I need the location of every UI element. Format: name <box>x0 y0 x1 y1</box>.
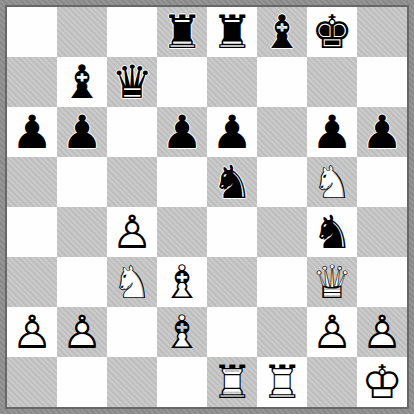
square-c4[interactable]: ♟♙ <box>107 207 157 257</box>
white-bishop-outline: ♗ <box>157 257 207 307</box>
square-h8[interactable] <box>357 7 407 57</box>
square-a1[interactable] <box>7 357 57 407</box>
board-inner-border: ♜♜♝♚♝♛♟♟♟♟♟♟♞♞♘♟♙♞♞♘♝♗♛♕♟♙♟♙♝♗♟♙♟♙♜♖♜♖♚♔ <box>5 5 409 409</box>
white-bishop[interactable]: ♝♗ <box>157 307 207 357</box>
black-bishop-glyph: ♝ <box>57 57 107 107</box>
square-b2[interactable]: ♟♙ <box>57 307 107 357</box>
square-d2[interactable]: ♝♗ <box>157 307 207 357</box>
black-rook[interactable]: ♜ <box>157 7 207 57</box>
black-bishop-glyph: ♝ <box>257 7 307 57</box>
black-rook-glyph: ♜ <box>157 7 207 57</box>
square-d4[interactable] <box>157 207 207 257</box>
white-pawn-outline: ♙ <box>307 307 357 357</box>
square-b7[interactable]: ♝ <box>57 57 107 107</box>
square-g7[interactable] <box>307 57 357 107</box>
white-rook-outline: ♖ <box>257 357 307 407</box>
square-f1[interactable]: ♜♖ <box>257 357 307 407</box>
black-queen-glyph: ♛ <box>107 57 157 107</box>
square-b6[interactable]: ♟ <box>57 107 107 157</box>
square-g5[interactable]: ♞♘ <box>307 157 357 207</box>
black-pawn-glyph: ♟ <box>57 107 107 157</box>
square-f4[interactable] <box>257 207 307 257</box>
square-c1[interactable] <box>107 357 157 407</box>
square-f6[interactable] <box>257 107 307 157</box>
black-knight-glyph: ♞ <box>307 207 357 257</box>
square-d3[interactable]: ♝♗ <box>157 257 207 307</box>
square-c3[interactable]: ♞♘ <box>107 257 157 307</box>
square-a3[interactable] <box>7 257 57 307</box>
square-b3[interactable] <box>57 257 107 307</box>
square-f5[interactable] <box>257 157 307 207</box>
white-pawn-outline: ♙ <box>357 307 407 357</box>
square-e8[interactable]: ♜ <box>207 7 257 57</box>
black-pawn[interactable]: ♟ <box>207 107 257 157</box>
white-rook-outline: ♖ <box>207 357 257 407</box>
square-d7[interactable] <box>157 57 207 107</box>
square-b4[interactable] <box>57 207 107 257</box>
square-c2[interactable] <box>107 307 157 357</box>
square-c5[interactable] <box>107 157 157 207</box>
square-c6[interactable] <box>107 107 157 157</box>
square-e3[interactable] <box>207 257 257 307</box>
white-pawn[interactable]: ♟♙ <box>307 307 357 357</box>
square-d8[interactable]: ♜ <box>157 7 207 57</box>
square-h4[interactable] <box>357 207 407 257</box>
black-knight-glyph: ♞ <box>207 157 257 207</box>
square-d6[interactable]: ♟ <box>157 107 207 157</box>
square-f8[interactable]: ♝ <box>257 7 307 57</box>
black-pawn-glyph: ♟ <box>157 107 207 157</box>
black-bishop[interactable]: ♝ <box>57 57 107 107</box>
square-h3[interactable] <box>357 257 407 307</box>
black-pawn-glyph: ♟ <box>207 107 257 157</box>
white-rook[interactable]: ♜♖ <box>257 357 307 407</box>
square-e6[interactable]: ♟ <box>207 107 257 157</box>
black-pawn-glyph: ♟ <box>357 107 407 157</box>
square-a5[interactable] <box>7 157 57 207</box>
black-pawn[interactable]: ♟ <box>57 107 107 157</box>
white-pawn[interactable]: ♟♙ <box>57 307 107 357</box>
square-h2[interactable]: ♟♙ <box>357 307 407 357</box>
square-f2[interactable] <box>257 307 307 357</box>
black-king-glyph: ♚ <box>307 7 357 57</box>
square-a6[interactable]: ♟ <box>7 107 57 157</box>
square-h5[interactable] <box>357 157 407 207</box>
black-pawn[interactable]: ♟ <box>307 107 357 157</box>
square-g8[interactable]: ♚ <box>307 7 357 57</box>
black-king[interactable]: ♚ <box>307 7 357 57</box>
square-e1[interactable]: ♜♖ <box>207 357 257 407</box>
white-pawn-outline: ♙ <box>7 307 57 357</box>
white-queen-outline: ♕ <box>307 257 357 307</box>
white-knight-outline: ♘ <box>307 157 357 207</box>
board-frame: ♜♜♝♚♝♛♟♟♟♟♟♟♞♞♘♟♙♞♞♘♝♗♛♕♟♙♟♙♝♗♟♙♟♙♜♖♜♖♚♔ <box>0 0 414 414</box>
black-knight[interactable]: ♞ <box>207 157 257 207</box>
square-a4[interactable] <box>7 207 57 257</box>
white-king[interactable]: ♚♔ <box>357 357 407 407</box>
square-g6[interactable]: ♟ <box>307 107 357 157</box>
square-g2[interactable]: ♟♙ <box>307 307 357 357</box>
square-e7[interactable] <box>207 57 257 107</box>
square-f7[interactable] <box>257 57 307 107</box>
chess-diagram: ♜♜♝♚♝♛♟♟♟♟♟♟♞♞♘♟♙♞♞♘♝♗♛♕♟♙♟♙♝♗♟♙♟♙♜♖♜♖♚♔ <box>0 0 414 414</box>
black-pawn[interactable]: ♟ <box>7 107 57 157</box>
black-rook[interactable]: ♜ <box>207 7 257 57</box>
square-f3[interactable] <box>257 257 307 307</box>
white-king-outline: ♔ <box>357 357 407 407</box>
square-h1[interactable]: ♚♔ <box>357 357 407 407</box>
white-pawn-outline: ♙ <box>57 307 107 357</box>
square-h6[interactable]: ♟ <box>357 107 407 157</box>
square-e5[interactable]: ♞ <box>207 157 257 207</box>
white-pawn[interactable]: ♟♙ <box>357 307 407 357</box>
black-bishop[interactable]: ♝ <box>257 7 307 57</box>
white-bishop-outline: ♗ <box>157 307 207 357</box>
square-a2[interactable]: ♟♙ <box>7 307 57 357</box>
square-a7[interactable] <box>7 57 57 107</box>
white-pawn[interactable]: ♟♙ <box>107 207 157 257</box>
white-knight-outline: ♘ <box>107 257 157 307</box>
square-h7[interactable] <box>357 57 407 107</box>
black-queen[interactable]: ♛ <box>107 57 157 107</box>
square-e2[interactable] <box>207 307 257 357</box>
black-rook-glyph: ♜ <box>207 7 257 57</box>
black-pawn-glyph: ♟ <box>307 107 357 157</box>
square-g1[interactable] <box>307 357 357 407</box>
square-g4[interactable]: ♞ <box>307 207 357 257</box>
square-d5[interactable] <box>157 157 207 207</box>
black-knight[interactable]: ♞ <box>307 207 357 257</box>
square-g3[interactable]: ♛♕ <box>307 257 357 307</box>
square-b8[interactable] <box>57 7 107 57</box>
black-pawn[interactable]: ♟ <box>357 107 407 157</box>
chess-board: ♜♜♝♚♝♛♟♟♟♟♟♟♞♞♘♟♙♞♞♘♝♗♛♕♟♙♟♙♝♗♟♙♟♙♜♖♜♖♚♔ <box>7 7 407 407</box>
square-c8[interactable] <box>107 7 157 57</box>
white-pawn-outline: ♙ <box>107 207 157 257</box>
square-d1[interactable] <box>157 357 207 407</box>
square-e4[interactable] <box>207 207 257 257</box>
white-rook[interactable]: ♜♖ <box>207 357 257 407</box>
white-knight[interactable]: ♞♘ <box>307 157 357 207</box>
square-b5[interactable] <box>57 157 107 207</box>
white-knight[interactable]: ♞♘ <box>107 257 157 307</box>
white-bishop[interactable]: ♝♗ <box>157 257 207 307</box>
black-pawn-glyph: ♟ <box>7 107 57 157</box>
square-a8[interactable] <box>7 7 57 57</box>
square-c7[interactable]: ♛ <box>107 57 157 107</box>
white-pawn[interactable]: ♟♙ <box>7 307 57 357</box>
square-b1[interactable] <box>57 357 107 407</box>
white-queen[interactable]: ♛♕ <box>307 257 357 307</box>
black-pawn[interactable]: ♟ <box>157 107 207 157</box>
